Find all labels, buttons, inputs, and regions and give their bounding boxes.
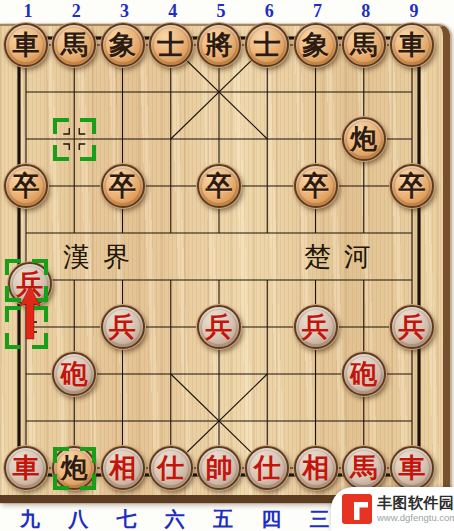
piece-red-horse[interactable]: 馬 xyxy=(342,446,386,490)
piece-black-advisor[interactable]: 士 xyxy=(245,23,289,67)
file-number-top: 4 xyxy=(168,1,177,22)
site-logo[interactable]: 丰图软件园 www.dgfengtu.com xyxy=(331,487,454,531)
file-number-top: 7 xyxy=(313,1,322,22)
piece-red-soldier[interactable]: 兵 xyxy=(197,305,241,349)
last-move-bracket xyxy=(5,259,48,302)
piece-black-general[interactable]: 將 xyxy=(197,23,241,67)
piece-red-soldier[interactable]: 兵 xyxy=(390,305,434,349)
piece-black-cannon[interactable]: 炮 xyxy=(342,117,386,161)
file-number-top: 6 xyxy=(265,1,274,22)
piece-black-elephant[interactable]: 象 xyxy=(101,23,145,67)
xiangqi-board[interactable]: 漢界 楚河 車馬象士將士象馬車炮卒卒卒卒卒兵兵兵兵兵砲砲車炮相仕帥仕相馬車 xyxy=(0,24,450,503)
piece-red-elephant[interactable]: 相 xyxy=(294,446,338,490)
last-move-bracket xyxy=(53,118,96,161)
piece-black-advisor[interactable]: 士 xyxy=(149,23,193,67)
piece-red-soldier[interactable]: 兵 xyxy=(294,305,338,349)
piece-black-soldier[interactable]: 卒 xyxy=(197,164,241,208)
site-logo-title: 丰图软件园 xyxy=(377,495,454,511)
file-number-bottom: 三 xyxy=(310,506,330,531)
file-number-top: 2 xyxy=(72,1,81,22)
last-move-bracket xyxy=(53,447,96,490)
piece-black-chariot[interactable]: 車 xyxy=(4,23,48,67)
file-number-bottom: 六 xyxy=(165,506,185,531)
file-number-bottom: 四 xyxy=(261,506,281,531)
piece-black-soldier[interactable]: 卒 xyxy=(294,164,338,208)
file-number-top: 5 xyxy=(217,1,226,22)
piece-grid: 車馬象士將士象馬車炮卒卒卒卒卒兵兵兵兵兵砲砲車炮相仕帥仕相馬車 xyxy=(2,22,436,492)
piece-black-horse[interactable]: 馬 xyxy=(52,23,96,67)
piece-red-cannon[interactable]: 砲 xyxy=(342,352,386,396)
file-number-bottom: 九 xyxy=(20,506,40,531)
file-number-bottom: 七 xyxy=(117,506,137,531)
file-number-top: 8 xyxy=(361,1,370,22)
last-move-bracket xyxy=(5,306,48,349)
site-logo-icon xyxy=(342,494,372,524)
piece-black-horse[interactable]: 馬 xyxy=(342,23,386,67)
piece-black-soldier[interactable]: 卒 xyxy=(390,164,434,208)
file-number-bottom: 五 xyxy=(213,506,233,531)
page: { "game": "xiangqi", "top_file_numbers":… xyxy=(0,0,454,531)
piece-black-soldier[interactable]: 卒 xyxy=(101,164,145,208)
file-number-top: 1 xyxy=(24,1,33,22)
piece-black-elephant[interactable]: 象 xyxy=(294,23,338,67)
piece-red-chariot[interactable]: 車 xyxy=(4,446,48,490)
site-logo-url: www.dgfengtu.com xyxy=(377,513,454,523)
piece-red-general[interactable]: 帥 xyxy=(197,446,241,490)
piece-red-advisor[interactable]: 仕 xyxy=(245,446,289,490)
file-number-bottom: 八 xyxy=(68,506,88,531)
piece-red-soldier[interactable]: 兵 xyxy=(101,305,145,349)
file-number-top: 9 xyxy=(410,1,419,22)
piece-red-elephant[interactable]: 相 xyxy=(101,446,145,490)
piece-red-cannon[interactable]: 砲 xyxy=(52,352,96,396)
piece-red-chariot[interactable]: 車 xyxy=(390,446,434,490)
file-number-top: 3 xyxy=(120,1,129,22)
piece-black-soldier[interactable]: 卒 xyxy=(4,164,48,208)
piece-black-chariot[interactable]: 車 xyxy=(390,23,434,67)
piece-red-advisor[interactable]: 仕 xyxy=(149,446,193,490)
